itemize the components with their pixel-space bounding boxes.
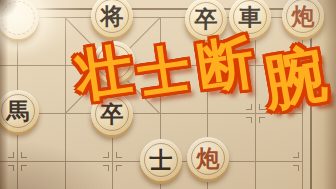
piece-glyph: 車 [239,6,262,29]
grid-line [0,65,303,66]
piece-e2-black-soldier[interactable]: 卒 [91,93,133,135]
piece-glyph: 卒 [101,103,124,126]
grid-line [65,17,66,189]
grid-line [255,17,256,189]
piece-g0-black-soldier[interactable]: 卒 [185,0,227,40]
piece-g3-red-cannon[interactable]: 炮 [187,137,229,179]
piece-glyph: 将 [101,5,124,28]
piece-e1-unknown[interactable] [93,41,135,83]
piece-glyph: 炮 [197,147,220,170]
piece-glyph: 炮 [292,5,315,28]
xiangqi-game-screen: 将 卒 車 炮 馬 卒 士 炮 壮 士 断 腕 [0,0,336,189]
piece-glyph: 卒 [195,8,218,31]
grid-line [0,113,303,114]
piece-f3-black-advisor[interactable]: 士 [140,139,182,181]
piece-glyph: 士 [150,149,173,172]
grid-line [302,17,303,189]
piece-glyph: 馬 [7,100,30,123]
